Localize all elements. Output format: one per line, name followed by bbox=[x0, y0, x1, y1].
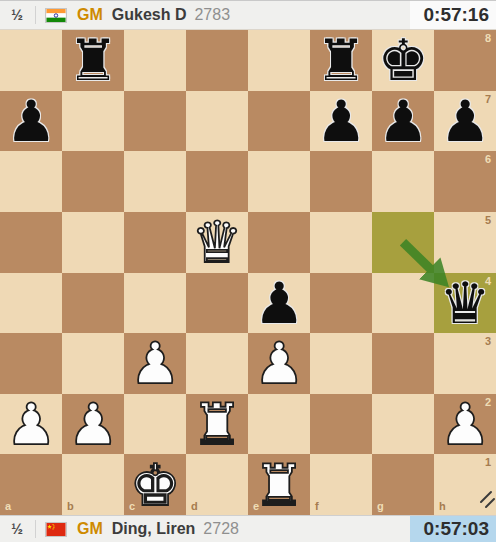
square-d4[interactable] bbox=[186, 273, 248, 334]
square-c6[interactable] bbox=[124, 151, 186, 212]
square-g6[interactable] bbox=[372, 151, 434, 212]
square-f1[interactable] bbox=[310, 454, 372, 515]
square-g7[interactable]: ♟ bbox=[372, 91, 434, 152]
chess-broadcast-window: ½ GM Gukesh D 2783 0:57:16 ♜♜♚♟♟♟♟♛♟♛♟♟♟… bbox=[0, 0, 496, 542]
square-e7[interactable] bbox=[248, 91, 310, 152]
player-rating-bottom: 2728 bbox=[203, 520, 239, 538]
white-king[interactable]: ♚ bbox=[129, 455, 180, 515]
white-pawn[interactable]: ♟ bbox=[5, 394, 56, 454]
square-a1[interactable] bbox=[0, 454, 62, 515]
square-b8[interactable]: ♜ bbox=[62, 30, 124, 91]
white-pawn[interactable]: ♟ bbox=[67, 394, 118, 454]
square-h4[interactable]: ♛ bbox=[434, 273, 496, 334]
square-f5[interactable] bbox=[310, 212, 372, 273]
score-top: ½ bbox=[6, 7, 28, 23]
player-name-top: Gukesh D bbox=[112, 6, 187, 24]
bar-divider bbox=[35, 520, 36, 538]
square-c8[interactable] bbox=[124, 30, 186, 91]
black-king[interactable]: ♚ bbox=[377, 30, 428, 90]
square-d1[interactable] bbox=[186, 454, 248, 515]
square-b2[interactable]: ♟ bbox=[62, 394, 124, 455]
square-c3[interactable]: ♟ bbox=[124, 333, 186, 394]
square-h7[interactable]: ♟ bbox=[434, 91, 496, 152]
square-g2[interactable] bbox=[372, 394, 434, 455]
square-d7[interactable] bbox=[186, 91, 248, 152]
square-f8[interactable]: ♜ bbox=[310, 30, 372, 91]
black-queen[interactable]: ♛ bbox=[439, 273, 490, 333]
player-bar-bottom: ½ GM Ding, Liren 2728 0:57:03 bbox=[0, 515, 496, 542]
square-d5[interactable]: ♛ bbox=[186, 212, 248, 273]
square-e4[interactable]: ♟ bbox=[248, 273, 310, 334]
white-pawn[interactable]: ♟ bbox=[253, 333, 304, 393]
square-h2[interactable]: ♟ bbox=[434, 394, 496, 455]
square-c5[interactable] bbox=[124, 212, 186, 273]
square-a3[interactable] bbox=[0, 333, 62, 394]
square-e8[interactable] bbox=[248, 30, 310, 91]
player-bar-top: ½ GM Gukesh D 2783 0:57:16 bbox=[0, 0, 496, 30]
square-e2[interactable] bbox=[248, 394, 310, 455]
square-g5[interactable] bbox=[372, 212, 434, 273]
square-h8[interactable] bbox=[434, 30, 496, 91]
square-e5[interactable] bbox=[248, 212, 310, 273]
square-d8[interactable] bbox=[186, 30, 248, 91]
square-a8[interactable] bbox=[0, 30, 62, 91]
white-pawn[interactable]: ♟ bbox=[129, 333, 180, 393]
score-bottom: ½ bbox=[6, 521, 28, 537]
square-e6[interactable] bbox=[248, 151, 310, 212]
player-rating-top: 2783 bbox=[194, 6, 230, 24]
square-c1[interactable]: ♚ bbox=[124, 454, 186, 515]
square-b7[interactable] bbox=[62, 91, 124, 152]
clock-bottom: 0:57:03 bbox=[410, 516, 496, 542]
square-b6[interactable] bbox=[62, 151, 124, 212]
square-h5[interactable] bbox=[434, 212, 496, 273]
square-f3[interactable] bbox=[310, 333, 372, 394]
square-g4[interactable] bbox=[372, 273, 434, 334]
black-pawn[interactable]: ♟ bbox=[5, 91, 56, 151]
player-title-top: GM bbox=[77, 6, 103, 24]
square-c7[interactable] bbox=[124, 91, 186, 152]
white-rook[interactable]: ♜ bbox=[191, 394, 242, 454]
square-f6[interactable] bbox=[310, 151, 372, 212]
square-f7[interactable]: ♟ bbox=[310, 91, 372, 152]
square-h1[interactable] bbox=[434, 454, 496, 515]
square-b1[interactable] bbox=[62, 454, 124, 515]
bar-divider bbox=[35, 6, 36, 24]
square-c4[interactable] bbox=[124, 273, 186, 334]
black-pawn[interactable]: ♟ bbox=[377, 91, 428, 151]
black-pawn[interactable]: ♟ bbox=[315, 91, 366, 151]
white-pawn[interactable]: ♟ bbox=[439, 394, 490, 454]
black-pawn[interactable]: ♟ bbox=[253, 273, 304, 333]
white-queen[interactable]: ♛ bbox=[191, 212, 242, 272]
square-b4[interactable] bbox=[62, 273, 124, 334]
square-d2[interactable]: ♜ bbox=[186, 394, 248, 455]
clock-top: 0:57:16 bbox=[410, 1, 496, 29]
square-d3[interactable] bbox=[186, 333, 248, 394]
square-d6[interactable] bbox=[186, 151, 248, 212]
square-b3[interactable] bbox=[62, 333, 124, 394]
black-rook[interactable]: ♜ bbox=[315, 30, 366, 90]
square-a7[interactable]: ♟ bbox=[0, 91, 62, 152]
square-c2[interactable] bbox=[124, 394, 186, 455]
square-f4[interactable] bbox=[310, 273, 372, 334]
square-f2[interactable] bbox=[310, 394, 372, 455]
square-a6[interactable] bbox=[0, 151, 62, 212]
square-h6[interactable] bbox=[434, 151, 496, 212]
square-e3[interactable]: ♟ bbox=[248, 333, 310, 394]
square-g3[interactable] bbox=[372, 333, 434, 394]
player-title-bottom: GM bbox=[77, 520, 103, 538]
black-pawn[interactable]: ♟ bbox=[439, 91, 490, 151]
china-flag-icon bbox=[45, 522, 67, 537]
square-a4[interactable] bbox=[0, 273, 62, 334]
india-flag-icon bbox=[45, 8, 67, 23]
player-name-bottom: Ding, Liren bbox=[112, 520, 196, 538]
square-a5[interactable] bbox=[0, 212, 62, 273]
square-b5[interactable] bbox=[62, 212, 124, 273]
square-a2[interactable]: ♟ bbox=[0, 394, 62, 455]
white-rook[interactable]: ♜ bbox=[253, 455, 304, 515]
chess-board: ♜♜♚♟♟♟♟♛♟♛♟♟♟♟♜♟♚♜ 87654321abcdefgh bbox=[0, 30, 496, 515]
square-h3[interactable] bbox=[434, 333, 496, 394]
square-g1[interactable] bbox=[372, 454, 434, 515]
square-e1[interactable]: ♜ bbox=[248, 454, 310, 515]
black-rook[interactable]: ♜ bbox=[67, 30, 118, 90]
square-g8[interactable]: ♚ bbox=[372, 30, 434, 91]
